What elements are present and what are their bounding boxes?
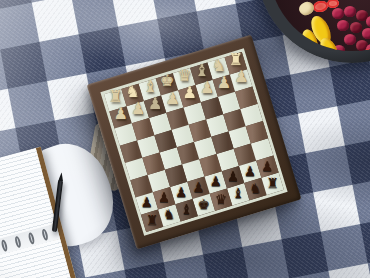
piece-wP-d2: ♟ (182, 85, 196, 101)
piece-wP-g2: ♟ (131, 101, 145, 117)
piece-bP-g7: ♟ (158, 191, 170, 205)
piece-wR-h1: ♜ (108, 89, 122, 105)
piece-wN-g1: ♞ (125, 84, 139, 100)
piece-bP-f7: ♟ (175, 186, 187, 200)
piece-wR-a1: ♜ (229, 52, 243, 68)
piece-bN-b8: ♞ (249, 182, 261, 196)
piece-wP-h2: ♟ (113, 106, 127, 122)
board-squares: ♜♞♝♚♛♝♞♜♟♟♟♟♟♟♟♟♟♟♟♟♟♟♟♟♜♞♝♚♛♝♞♜ (100, 48, 287, 235)
raspberry (337, 20, 349, 31)
spiral-coil (0, 239, 8, 252)
piece-wP-e2: ♟ (165, 91, 179, 107)
raspberry (344, 34, 356, 45)
piece-bP-b7: ♟ (244, 165, 256, 179)
piece-bB-c8: ♝ (232, 188, 244, 202)
piece-bR-h8: ♜ (146, 214, 158, 228)
piece-bN-g8: ♞ (163, 209, 175, 223)
piece-wB-f1: ♝ (143, 79, 157, 95)
raspberry (332, 8, 344, 19)
piece-wP-c2: ♟ (199, 80, 213, 96)
apple-slice (297, 0, 316, 17)
piece-bK-e8: ♚ (198, 198, 210, 212)
piece-wP-a2: ♟ (234, 70, 248, 86)
piece-wB-c1: ♝ (194, 63, 208, 79)
piece-bP-c7: ♟ (227, 170, 239, 184)
piece-bP-a7: ♟ (261, 160, 273, 174)
piece-wN-b1: ♞ (211, 58, 225, 74)
photo-scene: ♜♞♝♚♛♝♞♜♟♟♟♟♟♟♟♟♟♟♟♟♟♟♟♟♜♞♝♚♛♝♞♜ (0, 0, 370, 278)
piece-bP-d7: ♟ (210, 176, 222, 190)
raspberry (350, 22, 362, 33)
piece-wP-f2: ♟ (148, 96, 162, 112)
spiral-coil (14, 236, 22, 249)
piece-bQ-d8: ♛ (215, 193, 227, 207)
piece-bB-f8: ♝ (181, 203, 193, 217)
piece-wK-e1: ♚ (160, 73, 174, 89)
piece-bP-e7: ♟ (192, 181, 204, 195)
piece-bP-h7: ♟ (141, 197, 153, 211)
spiral-coil (27, 232, 35, 245)
piece-bR-a8: ♜ (267, 177, 279, 191)
piece-wQ-d1: ♛ (177, 68, 191, 84)
raspberry (344, 6, 356, 17)
spiral-coil (41, 228, 49, 241)
raspberry (366, 16, 370, 27)
piece-wP-b2: ♟ (217, 75, 231, 91)
raspberry (362, 28, 370, 39)
